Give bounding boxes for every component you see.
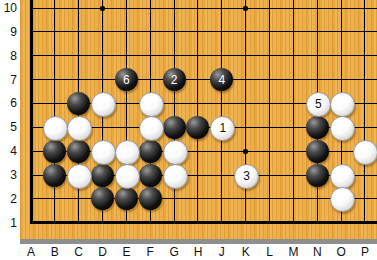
grid-line-row-9	[30, 31, 377, 32]
col-label-A: A	[21, 245, 41, 259]
col-label-B: B	[45, 245, 65, 259]
col-label-G: G	[164, 245, 184, 259]
grid-line-row-2	[30, 198, 377, 199]
move-number-label: 6	[123, 74, 130, 86]
grid-line-row-7	[30, 79, 377, 80]
stone-black-N3[interactable]	[306, 164, 329, 187]
col-label-J: J	[212, 245, 232, 259]
grid-line-col-B	[54, 0, 55, 224]
move-number-label: 2	[171, 74, 178, 86]
star-point-K4	[243, 149, 248, 154]
col-label-D: D	[93, 245, 113, 259]
go-diagram-screen: 10987654321 ABCDEFGHJKLMNOP 624513	[0, 0, 377, 260]
stone-white-G4[interactable]	[163, 140, 188, 165]
row-label-3: 3	[0, 167, 17, 183]
col-label-H: H	[188, 245, 208, 259]
col-label-E: E	[116, 245, 136, 259]
stone-white-C5[interactable]	[67, 116, 92, 141]
grid-line-col-P	[364, 0, 365, 224]
move-number-label: 5	[315, 98, 322, 110]
stone-white-O6[interactable]	[330, 92, 355, 117]
stone-black-F3[interactable]	[139, 164, 162, 187]
move-number-label: 1	[220, 122, 227, 134]
stone-black-G5[interactable]	[163, 116, 186, 139]
stone-white-F6[interactable]	[139, 92, 164, 117]
stone-white-P4[interactable]	[353, 140, 377, 165]
grid-line-col-H	[197, 0, 198, 224]
stone-white-O5[interactable]	[330, 116, 355, 141]
grid-line-col-A	[30, 0, 33, 224]
row-label-10: 10	[0, 0, 17, 16]
stone-black-C6[interactable]	[67, 92, 90, 115]
grid-line-row-8	[30, 55, 377, 56]
stone-white-K3[interactable]: 3	[234, 164, 259, 189]
row-label-9: 9	[0, 24, 17, 40]
row-label-6: 6	[0, 95, 17, 111]
stone-black-F4[interactable]	[139, 140, 162, 163]
stone-white-O3[interactable]	[330, 164, 355, 189]
star-point-D10	[100, 6, 105, 11]
board-edge-shadow	[20, 239, 377, 244]
move-number-label: 3	[243, 170, 250, 182]
col-label-F: F	[140, 245, 160, 259]
row-label-1: 1	[0, 215, 17, 231]
stone-black-E7[interactable]: 6	[115, 68, 138, 91]
grid-line-col-K	[245, 0, 246, 224]
col-label-O: O	[331, 245, 351, 259]
star-point-K10	[243, 6, 248, 11]
stone-white-E4[interactable]	[115, 140, 140, 165]
stone-white-G3[interactable]	[163, 164, 188, 189]
grid-line-row-1	[30, 221, 377, 224]
move-number-label: 4	[219, 74, 226, 86]
stone-white-E3[interactable]	[115, 164, 140, 189]
grid-line-col-M	[293, 0, 294, 224]
col-label-M: M	[283, 245, 303, 259]
stone-white-F5[interactable]	[139, 116, 164, 141]
stone-black-N5[interactable]	[306, 116, 329, 139]
stone-black-N4[interactable]	[306, 140, 329, 163]
grid-line-col-G	[174, 0, 175, 224]
stone-white-D4[interactable]	[91, 140, 116, 165]
row-label-5: 5	[0, 119, 17, 135]
stone-black-G7[interactable]: 2	[163, 68, 186, 91]
col-label-N: N	[307, 245, 327, 259]
stone-black-D3[interactable]	[91, 164, 114, 187]
row-label-8: 8	[0, 48, 17, 64]
col-label-P: P	[355, 245, 375, 259]
grid-line-col-J	[221, 0, 222, 224]
stone-black-B3[interactable]	[43, 164, 66, 187]
row-label-4: 4	[0, 143, 17, 159]
row-label-2: 2	[0, 191, 17, 207]
row-label-7: 7	[0, 72, 17, 88]
col-label-C: C	[69, 245, 89, 259]
stone-white-N6[interactable]: 5	[306, 92, 331, 117]
col-label-K: K	[236, 245, 256, 259]
grid-line-row-10	[30, 8, 377, 9]
grid-line-col-L	[269, 0, 270, 224]
stone-black-B4[interactable]	[43, 140, 66, 163]
stone-white-C3[interactable]	[67, 164, 92, 189]
stone-white-O2[interactable]	[330, 187, 355, 212]
col-label-L: L	[260, 245, 280, 259]
stone-black-C4[interactable]	[67, 140, 90, 163]
stone-white-D6[interactable]	[91, 92, 116, 117]
